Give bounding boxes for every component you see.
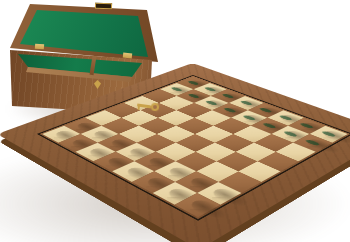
square-g5 — [216, 152, 257, 172]
black-knight: ♞ — [61, 125, 80, 146]
white-pawn: ♟ — [257, 114, 270, 129]
white-pawn: ♟ — [300, 130, 314, 145]
product-photo-stage: ♜♞♝♛♚♝♞♜♟♟♟♟♟♟♟♟♟♟♟♟♟♟♟♟♜♞♝♛♚♝♞♜ — [0, 0, 350, 242]
scene: ♜♞♝♛♚♝♞♜♟♟♟♟♟♟♟♟♟♟♟♟♟♟♟♟♜♞♝♛♚♝♞♜ — [0, 0, 350, 242]
white-rook: ♜ — [315, 119, 331, 137]
black-bishop: ♝ — [135, 162, 156, 186]
black-rook: ♜ — [45, 119, 61, 137]
white-pawn: ♟ — [218, 99, 231, 113]
white-pawn: ♟ — [199, 92, 211, 106]
white-bishop: ♝ — [271, 100, 289, 120]
white-knight: ♞ — [292, 109, 310, 129]
black-pawn: ♟ — [204, 180, 220, 198]
white-pawn: ♟ — [278, 122, 292, 137]
key-bit — [137, 107, 139, 110]
key-bow — [150, 102, 159, 111]
white-pawn: ♟ — [237, 106, 250, 120]
white-king: ♚ — [248, 86, 272, 112]
black-rook: ♜ — [180, 187, 199, 209]
brass-hinge-right-icon — [123, 53, 132, 59]
brass-nameplate — [95, 3, 112, 10]
black-knight: ♞ — [156, 174, 177, 197]
white-pawn: ♟ — [182, 85, 194, 99]
white-pawn: ♟ — [165, 78, 177, 91]
black-pawn: ♟ — [181, 169, 196, 186]
brass-hinge-left-icon — [35, 44, 44, 50]
white-bishop: ♝ — [214, 79, 231, 98]
